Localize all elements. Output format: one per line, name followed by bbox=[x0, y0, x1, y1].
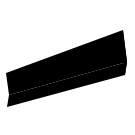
lego-plate-render bbox=[0, 0, 135, 135]
product-image bbox=[0, 0, 135, 135]
